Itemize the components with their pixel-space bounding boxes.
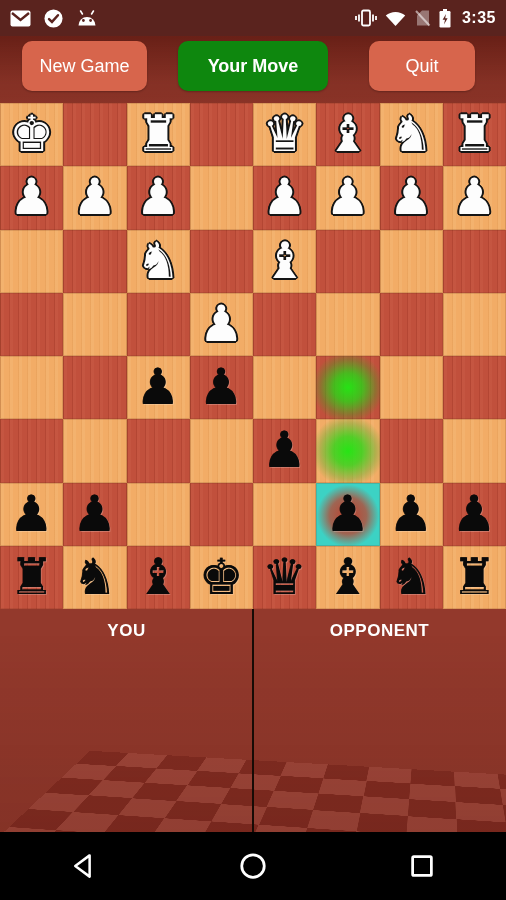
black-king[interactable]: ♚ xyxy=(199,546,244,609)
status-bar: 3:35 xyxy=(0,0,506,36)
square-c5[interactable] xyxy=(316,356,379,419)
back-icon[interactable] xyxy=(0,851,169,881)
android-robot-icon xyxy=(76,10,98,26)
your-move-status-button[interactable]: Your Move xyxy=(178,41,328,91)
new-game-button[interactable]: New Game xyxy=(22,41,147,91)
white-queen[interactable]: ♛ xyxy=(262,103,307,166)
white-king[interactable]: ♚ xyxy=(9,103,54,166)
square-h6[interactable] xyxy=(0,419,63,482)
square-c2[interactable]: ♟ xyxy=(316,166,379,229)
black-pawn[interactable]: ♟ xyxy=(136,356,181,419)
square-h8[interactable]: ♜ xyxy=(0,546,63,609)
white-pawn[interactable]: ♟ xyxy=(325,166,370,229)
square-c4[interactable] xyxy=(316,293,379,356)
vibrate-icon xyxy=(355,9,377,27)
phone-screen: 3:35 New Game Your Move Quit ♚♜♛♝♞♜♟♟♟♟♟… xyxy=(0,0,506,900)
square-e3[interactable] xyxy=(190,230,253,293)
black-pawn[interactable]: ♟ xyxy=(452,483,497,546)
square-c6[interactable] xyxy=(316,419,379,482)
square-h7[interactable]: ♟ xyxy=(0,483,63,546)
square-c3[interactable] xyxy=(316,230,379,293)
quit-button[interactable]: Quit xyxy=(369,41,475,91)
square-f3[interactable]: ♞ xyxy=(127,230,190,293)
white-pawn[interactable]: ♟ xyxy=(389,166,434,229)
white-bishop[interactable]: ♝ xyxy=(262,230,307,293)
white-pawn[interactable]: ♟ xyxy=(452,166,497,229)
square-h2[interactable]: ♟ xyxy=(0,166,63,229)
square-b7[interactable]: ♟ xyxy=(380,483,443,546)
square-e5[interactable]: ♟ xyxy=(190,356,253,419)
square-h5[interactable] xyxy=(0,356,63,419)
gmail-icon xyxy=(10,10,31,27)
white-rook[interactable]: ♜ xyxy=(136,103,181,166)
center-divider-line xyxy=(252,609,254,832)
check-badge-icon xyxy=(44,9,63,28)
square-f4[interactable] xyxy=(127,293,190,356)
black-bishop[interactable]: ♝ xyxy=(325,546,370,609)
square-f7[interactable] xyxy=(127,483,190,546)
white-pawn[interactable]: ♟ xyxy=(72,166,117,229)
square-g2[interactable]: ♟ xyxy=(63,166,126,229)
square-d5[interactable] xyxy=(253,356,316,419)
you-half: YOU xyxy=(0,609,253,641)
black-pawn[interactable]: ♟ xyxy=(262,419,307,482)
white-rook[interactable]: ♜ xyxy=(452,103,497,166)
black-bishop[interactable]: ♝ xyxy=(136,546,181,609)
square-g3[interactable] xyxy=(63,230,126,293)
black-knight[interactable]: ♞ xyxy=(72,546,117,609)
clock-time: 3:35 xyxy=(462,9,496,27)
toolbar: New Game Your Move Quit xyxy=(0,41,506,91)
black-pawn[interactable]: ♟ xyxy=(72,483,117,546)
square-e1[interactable] xyxy=(190,103,253,166)
square-h3[interactable] xyxy=(0,230,63,293)
white-pawn[interactable]: ♟ xyxy=(262,166,307,229)
square-a1[interactable]: ♜ xyxy=(443,103,506,166)
battery-charging-icon xyxy=(439,9,451,28)
square-a8[interactable]: ♜ xyxy=(443,546,506,609)
square-a5[interactable] xyxy=(443,356,506,419)
square-d1[interactable]: ♛ xyxy=(253,103,316,166)
square-b4[interactable] xyxy=(380,293,443,356)
square-d4[interactable] xyxy=(253,293,316,356)
status-bar-left xyxy=(10,9,98,28)
white-bishop[interactable]: ♝ xyxy=(325,103,370,166)
square-h4[interactable] xyxy=(0,293,63,356)
black-pawn[interactable]: ♟ xyxy=(389,483,434,546)
home-icon[interactable] xyxy=(169,851,338,881)
square-d6[interactable]: ♟ xyxy=(253,419,316,482)
square-b2[interactable]: ♟ xyxy=(380,166,443,229)
black-pawn[interactable]: ♟ xyxy=(325,483,370,546)
square-a4[interactable] xyxy=(443,293,506,356)
square-b3[interactable] xyxy=(380,230,443,293)
square-f6[interactable] xyxy=(127,419,190,482)
square-e4[interactable]: ♟ xyxy=(190,293,253,356)
square-b6[interactable] xyxy=(380,419,443,482)
square-g1[interactable] xyxy=(63,103,126,166)
square-g8[interactable]: ♞ xyxy=(63,546,126,609)
square-b1[interactable]: ♞ xyxy=(380,103,443,166)
square-h1[interactable]: ♚ xyxy=(0,103,63,166)
square-d2[interactable]: ♟ xyxy=(253,166,316,229)
white-knight[interactable]: ♞ xyxy=(136,230,181,293)
black-queen[interactable]: ♛ xyxy=(262,546,307,609)
white-pawn[interactable]: ♟ xyxy=(199,293,244,356)
square-b8[interactable]: ♞ xyxy=(380,546,443,609)
white-pawn[interactable]: ♟ xyxy=(136,166,181,229)
opponent-label: OPPONENT xyxy=(330,621,429,640)
square-e8[interactable]: ♚ xyxy=(190,546,253,609)
square-a3[interactable] xyxy=(443,230,506,293)
square-g5[interactable] xyxy=(63,356,126,419)
chess-board[interactable]: ♚♜♛♝♞♜♟♟♟♟♟♟♟♞♝♟♟♟♟♟♟♟♟♟♜♞♝♚♛♝♞♜ xyxy=(0,103,506,609)
no-sim-icon xyxy=(414,9,431,27)
square-f2[interactable]: ♟ xyxy=(127,166,190,229)
square-a6[interactable] xyxy=(443,419,506,482)
you-label: YOU xyxy=(107,621,145,640)
black-rook[interactable]: ♜ xyxy=(9,546,54,609)
square-g7[interactable]: ♟ xyxy=(63,483,126,546)
black-pawn[interactable]: ♟ xyxy=(9,483,54,546)
square-g4[interactable] xyxy=(63,293,126,356)
black-pawn[interactable]: ♟ xyxy=(199,356,244,419)
status-bar-right: 3:35 xyxy=(355,9,496,28)
white-pawn[interactable]: ♟ xyxy=(9,166,54,229)
square-d3[interactable]: ♝ xyxy=(253,230,316,293)
square-f5[interactable]: ♟ xyxy=(127,356,190,419)
square-c8[interactable]: ♝ xyxy=(316,546,379,609)
square-g6[interactable] xyxy=(63,419,126,482)
white-knight[interactable]: ♞ xyxy=(389,103,434,166)
black-knight[interactable]: ♞ xyxy=(389,546,434,609)
square-d8[interactable]: ♛ xyxy=(253,546,316,609)
square-c7[interactable]: ♟ xyxy=(316,483,379,546)
square-c1[interactable]: ♝ xyxy=(316,103,379,166)
square-d7[interactable] xyxy=(253,483,316,546)
square-f8[interactable]: ♝ xyxy=(127,546,190,609)
android-nav-bar xyxy=(0,832,506,900)
square-e7[interactable] xyxy=(190,483,253,546)
recents-icon[interactable] xyxy=(337,851,506,881)
square-e6[interactable] xyxy=(190,419,253,482)
wifi-icon xyxy=(385,10,406,27)
square-e2[interactable] xyxy=(190,166,253,229)
square-a2[interactable]: ♟ xyxy=(443,166,506,229)
square-a7[interactable]: ♟ xyxy=(443,483,506,546)
square-b5[interactable] xyxy=(380,356,443,419)
opponent-half: OPPONENT xyxy=(253,609,506,641)
square-f1[interactable]: ♜ xyxy=(127,103,190,166)
black-rook[interactable]: ♜ xyxy=(452,546,497,609)
